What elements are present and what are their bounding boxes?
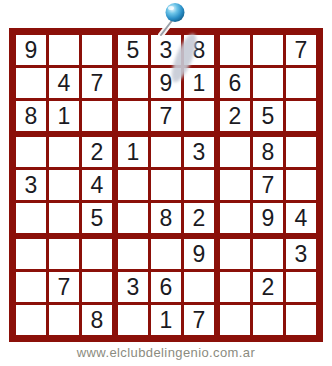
sudoku-cell-r2c8[interactable] — [253, 68, 283, 98]
sudoku-cell-r7c9: 3 — [286, 239, 316, 269]
sudoku-cell-r4c1[interactable] — [16, 137, 46, 167]
sudoku-cell-r6c3: 5 — [82, 203, 112, 233]
sudoku-cell-r1c2[interactable] — [49, 35, 79, 65]
sudoku-cell-r6c8: 9 — [253, 203, 283, 233]
sudoku-cell-r1c3[interactable] — [82, 35, 112, 65]
sudoku-box: 32 — [220, 239, 316, 335]
sudoku-cell-r9c1[interactable] — [16, 305, 46, 335]
sudoku-cell-r5c2[interactable] — [49, 170, 79, 200]
sudoku-cell-r3c4[interactable] — [118, 101, 148, 131]
sudoku-cell-r9c6: 7 — [184, 305, 214, 335]
sudoku-cell-r8c9[interactable] — [286, 272, 316, 302]
sudoku-cell-r2c3: 7 — [82, 68, 112, 98]
sudoku-cell-r2c6: 1 — [184, 68, 214, 98]
sudoku-cell-r3c6[interactable] — [184, 101, 214, 131]
sudoku-cell-r3c7: 2 — [220, 101, 250, 131]
sudoku-cell-r8c3[interactable] — [82, 272, 112, 302]
sudoku-cell-r8c1[interactable] — [16, 272, 46, 302]
sudoku-cell-r7c4[interactable] — [118, 239, 148, 269]
sudoku-box: 93617 — [118, 239, 214, 335]
sudoku-cell-r8c6[interactable] — [184, 272, 214, 302]
sudoku-cell-r6c5: 8 — [151, 203, 181, 233]
sudoku-cell-r9c4[interactable] — [118, 305, 148, 335]
sudoku-box: 78 — [16, 239, 112, 335]
sudoku-cell-r8c7[interactable] — [220, 272, 250, 302]
sudoku-box: 7625 — [220, 35, 316, 131]
sudoku-cell-r7c5[interactable] — [151, 239, 181, 269]
sudoku-cell-r3c3[interactable] — [82, 101, 112, 131]
sudoku-cell-r4c5[interactable] — [151, 137, 181, 167]
sudoku-cell-r2c2: 4 — [49, 68, 79, 98]
sudoku-cell-r6c2[interactable] — [49, 203, 79, 233]
sudoku-cell-r5c8: 7 — [253, 170, 283, 200]
sudoku-cell-r1c4: 5 — [118, 35, 148, 65]
sudoku-cell-r5c3: 4 — [82, 170, 112, 200]
sudoku-cell-r6c9: 4 — [286, 203, 316, 233]
sudoku-cell-r1c7[interactable] — [220, 35, 250, 65]
sudoku-cell-r1c6: 8 — [184, 35, 214, 65]
sudoku-cell-r3c2: 1 — [49, 101, 79, 131]
sudoku-cell-r5c4[interactable] — [118, 170, 148, 200]
sudoku-cell-r1c1: 9 — [16, 35, 46, 65]
sudoku-cell-r2c4[interactable] — [118, 68, 148, 98]
sudoku-cell-r2c9[interactable] — [286, 68, 316, 98]
sudoku-board: 947815389177625234513828794789361732 — [9, 28, 323, 342]
sudoku-cell-r7c6: 9 — [184, 239, 214, 269]
sudoku-cell-r7c7[interactable] — [220, 239, 250, 269]
sudoku-cell-r7c1[interactable] — [16, 239, 46, 269]
sudoku-cell-r3c5: 7 — [151, 101, 181, 131]
website-url: www.elclubdelingenio.com.ar — [0, 345, 332, 360]
sudoku-cell-r8c8: 2 — [253, 272, 283, 302]
sudoku-cell-r3c8: 5 — [253, 101, 283, 131]
sudoku-cell-r9c5: 1 — [151, 305, 181, 335]
sudoku-box: 8794 — [220, 137, 316, 233]
sudoku-cell-r1c5: 3 — [151, 35, 181, 65]
sudoku-cell-r2c5: 9 — [151, 68, 181, 98]
sudoku-cell-r8c4: 3 — [118, 272, 148, 302]
sudoku-cell-r4c6: 3 — [184, 137, 214, 167]
sudoku-cell-r5c5[interactable] — [151, 170, 181, 200]
sudoku-cell-r4c3: 2 — [82, 137, 112, 167]
sudoku-cell-r1c8[interactable] — [253, 35, 283, 65]
sudoku-cell-r2c1[interactable] — [16, 68, 46, 98]
sudoku-cell-r5c6[interactable] — [184, 170, 214, 200]
sudoku-box: 2345 — [16, 137, 112, 233]
sudoku-cell-r9c7[interactable] — [220, 305, 250, 335]
sudoku-cell-r5c1: 3 — [16, 170, 46, 200]
sudoku-cell-r9c2[interactable] — [49, 305, 79, 335]
sudoku-cell-r7c2[interactable] — [49, 239, 79, 269]
sudoku-cell-r6c1[interactable] — [16, 203, 46, 233]
sudoku-cell-r9c8[interactable] — [253, 305, 283, 335]
sudoku-cell-r7c3[interactable] — [82, 239, 112, 269]
sudoku-cell-r1c9: 7 — [286, 35, 316, 65]
sudoku-cell-r3c9[interactable] — [286, 101, 316, 131]
sudoku-cell-r6c4[interactable] — [118, 203, 148, 233]
sudoku-cell-r6c6: 2 — [184, 203, 214, 233]
sudoku-cell-r9c9[interactable] — [286, 305, 316, 335]
sudoku-box: 538917 — [118, 35, 214, 131]
sudoku-cell-r8c5: 6 — [151, 272, 181, 302]
sudoku-cell-r8c2: 7 — [49, 272, 79, 302]
sudoku-cell-r5c9[interactable] — [286, 170, 316, 200]
sudoku-cell-r2c7: 6 — [220, 68, 250, 98]
sudoku-cell-r7c8[interactable] — [253, 239, 283, 269]
sudoku-box: 1382 — [118, 137, 214, 233]
sudoku-cell-r5c7[interactable] — [220, 170, 250, 200]
sudoku-cell-r4c2[interactable] — [49, 137, 79, 167]
sudoku-cell-r4c8: 8 — [253, 137, 283, 167]
sudoku-cell-r3c1: 8 — [16, 101, 46, 131]
sudoku-box: 94781 — [16, 35, 112, 131]
sudoku-cell-r4c7[interactable] — [220, 137, 250, 167]
sudoku-cell-r4c9[interactable] — [286, 137, 316, 167]
sudoku-cell-r4c4: 1 — [118, 137, 148, 167]
sudoku-cell-r9c3: 8 — [82, 305, 112, 335]
pin-head — [166, 3, 185, 22]
sudoku-cell-r6c7[interactable] — [220, 203, 250, 233]
